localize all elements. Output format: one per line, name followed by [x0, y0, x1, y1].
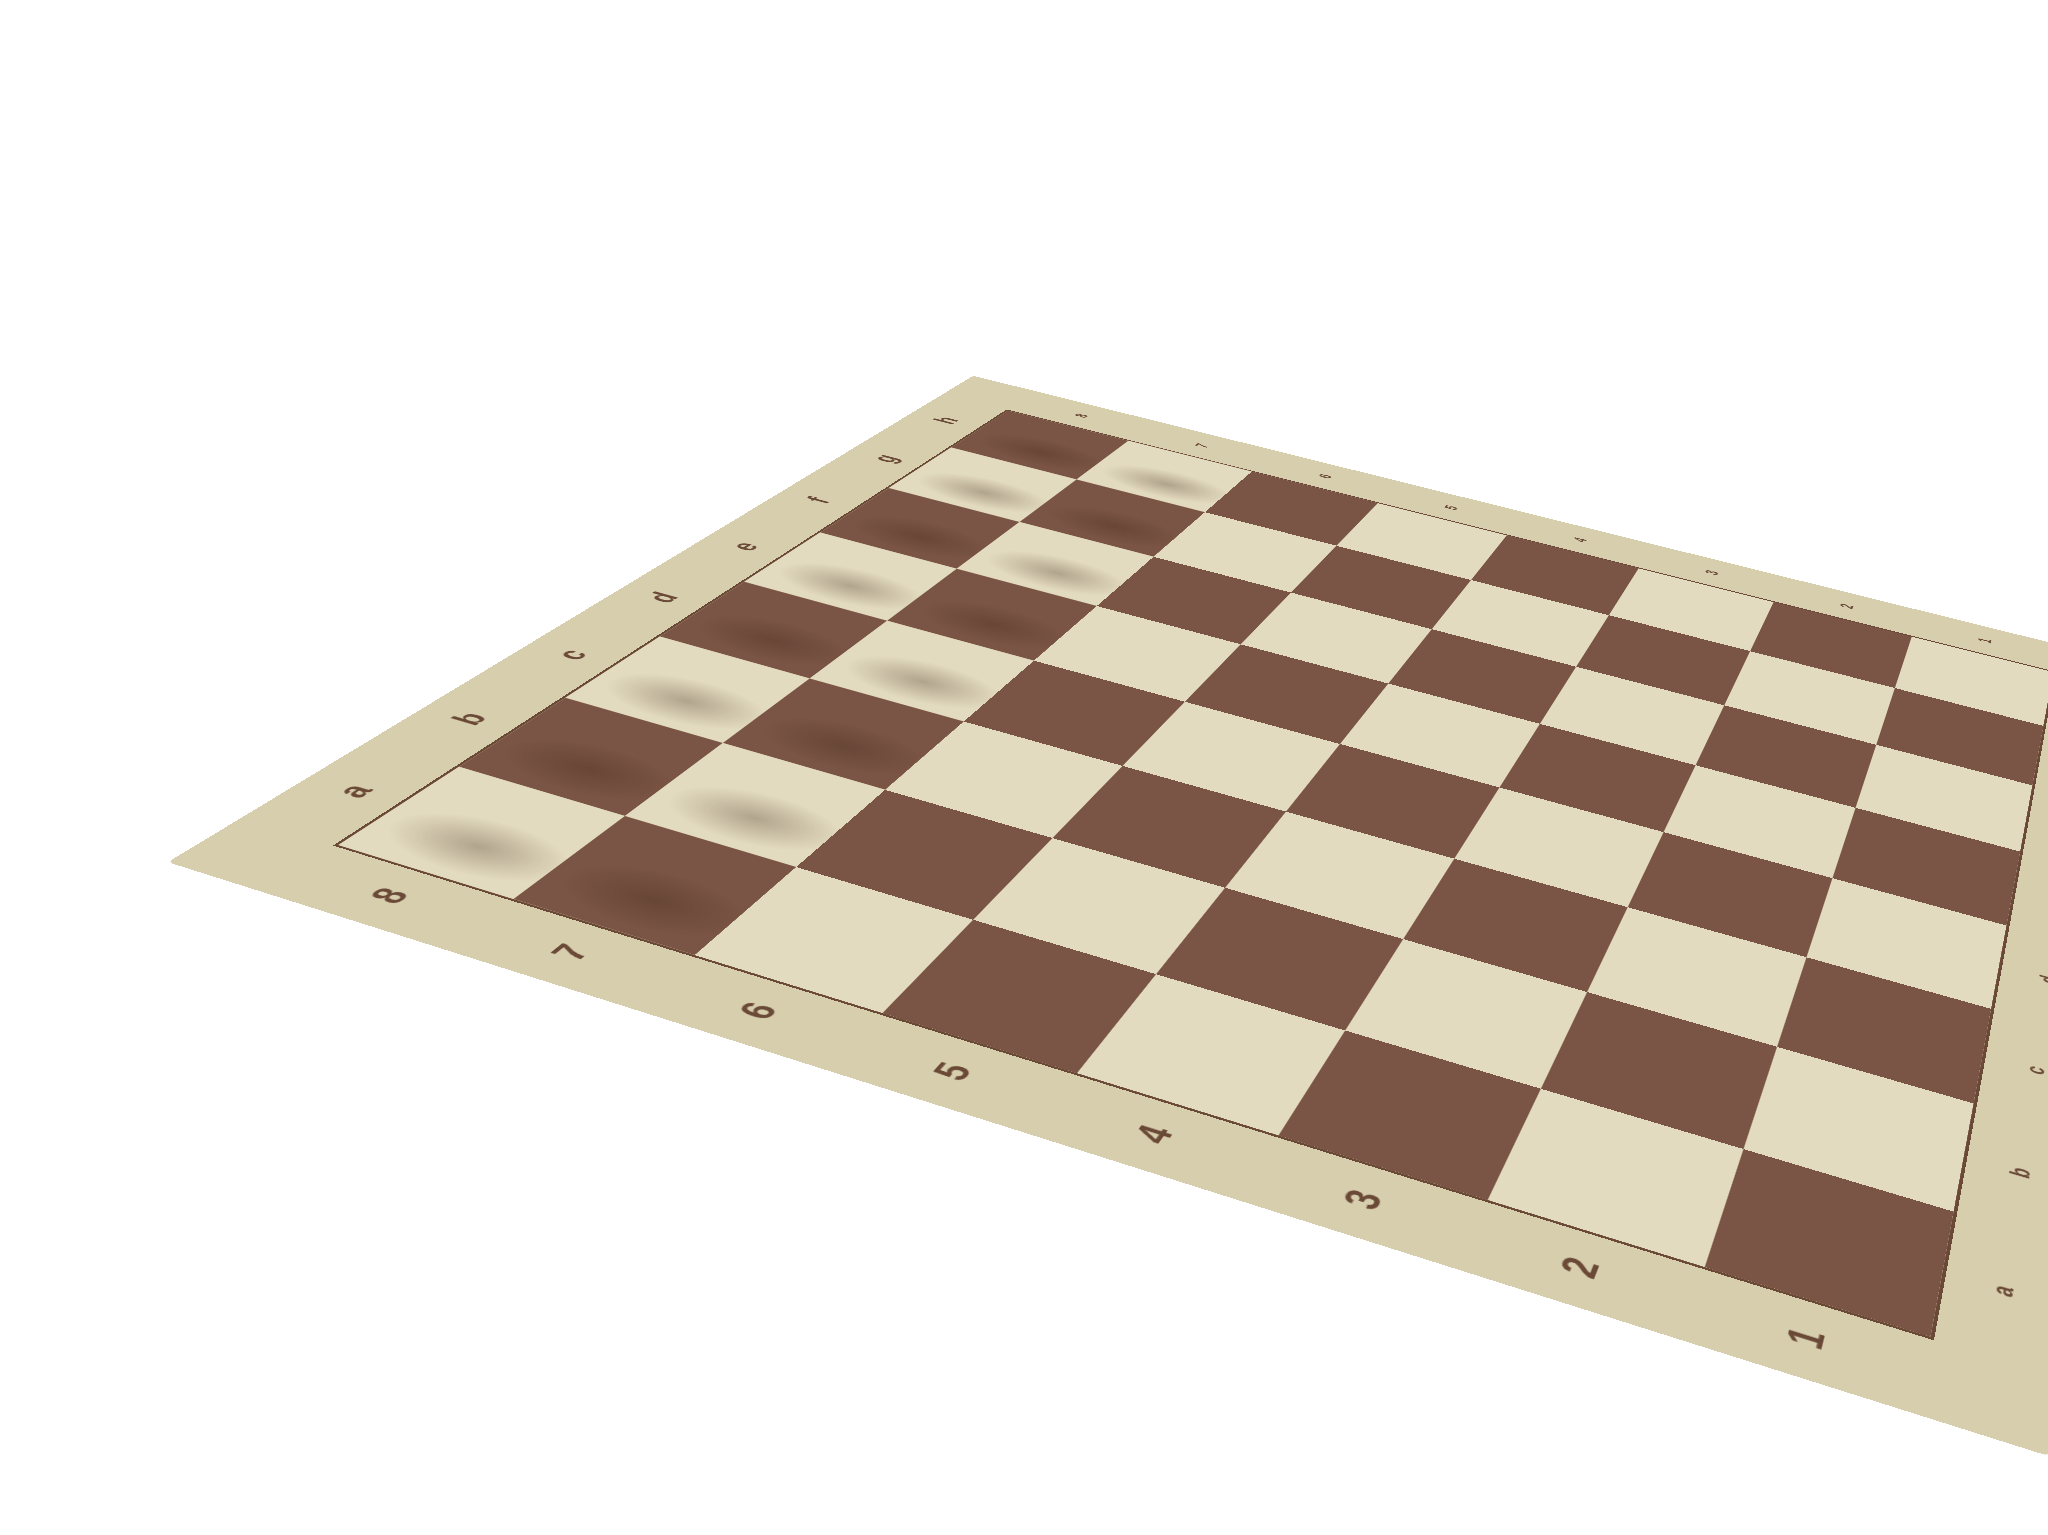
board-grid: ♜♟♞♟♝♟♛♟♚♟♝♟♞♟♜♟	[333, 409, 2048, 1340]
coordinate-label-a: a	[1930, 1212, 2048, 1377]
product-photo: ♜♟♞♟♝♟♛♟♚♟♝♟♞♟♜♟ 88hh77gg66ff55ee44dd33c…	[0, 0, 2048, 1535]
chessboard: ♜♟♞♟♝♟♛♟♚♟♝♟♞♟♜♟ 88hh77gg66ff55ee44dd33c…	[168, 376, 2048, 1457]
